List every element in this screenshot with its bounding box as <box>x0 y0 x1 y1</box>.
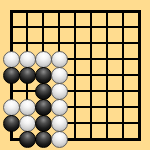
black-stone <box>35 99 52 116</box>
white-stone <box>51 115 68 132</box>
grid-vline <box>138 10 141 141</box>
white-stone <box>19 115 36 132</box>
grid-vline <box>106 10 108 141</box>
white-stone <box>19 99 36 116</box>
white-stone <box>51 83 68 100</box>
go-board-screen <box>0 0 150 150</box>
white-stone <box>51 67 68 84</box>
white-stone <box>19 51 36 68</box>
white-stone <box>3 99 20 116</box>
black-stone <box>35 115 52 132</box>
grid-vline <box>122 10 124 141</box>
go-board[interactable] <box>0 0 150 150</box>
white-stone <box>51 99 68 116</box>
white-stone <box>51 131 68 148</box>
black-stone <box>19 131 36 148</box>
black-stone <box>35 83 52 100</box>
black-stone <box>35 67 52 84</box>
white-stone <box>35 51 52 68</box>
white-stone <box>3 51 20 68</box>
black-stone <box>19 67 36 84</box>
black-stone <box>3 115 20 132</box>
grid-vline <box>90 10 92 141</box>
white-stone <box>51 51 68 68</box>
black-stone <box>3 67 20 84</box>
grid-hline <box>10 90 141 92</box>
black-stone <box>35 131 52 148</box>
